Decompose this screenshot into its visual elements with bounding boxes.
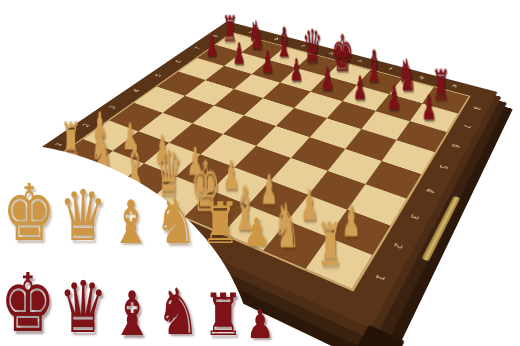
inset-boxwood-pawn: ♟ <box>243 213 270 252</box>
inset-boxwood-pieces: ♚♛♝♞♜♟ <box>2 192 270 252</box>
rank-label-right-3: 3 <box>407 211 420 222</box>
piece-red-pawn: ♟ <box>311 63 343 95</box>
piece-white-rook: ♜ <box>307 217 354 276</box>
brass-hinge-right <box>421 196 460 262</box>
inset-boxwood-queen: ♛ <box>59 182 107 252</box>
rank-label-left-6: 6 <box>174 59 185 64</box>
inset-boxwood-rook: ♜ <box>201 195 240 252</box>
piece-red-pawn: ♟ <box>343 72 376 104</box>
inset-red-king: ♚ <box>0 263 56 344</box>
rank-label-right-1: 1 <box>371 271 386 284</box>
rank-label-left-5: 5 <box>154 73 165 79</box>
piece-red-pawn: ♟ <box>377 81 411 114</box>
piece-red-pawn: ♟ <box>197 32 227 61</box>
inset-red-bishop: ♝ <box>111 283 153 344</box>
piece-red-pawn: ♟ <box>412 91 447 125</box>
piece-red-pawn: ♟ <box>281 55 313 86</box>
box-corner-foot <box>353 325 405 346</box>
inset-red-rook: ♜ <box>203 286 243 345</box>
square-c4 <box>192 105 244 134</box>
rank-label-right-8: 8 <box>471 104 481 111</box>
piece-red-pawn: ♟ <box>224 39 254 69</box>
inset-red-pawn: ♟ <box>246 304 274 344</box>
inset-red-knight: ♞ <box>156 280 200 344</box>
inset-red-pieces: ♚♛♝♞♜♟ <box>0 282 274 344</box>
rank-label-right-5: 5 <box>436 162 448 171</box>
inset-boxwood-bishop: ♝ <box>110 192 151 252</box>
piece-white-knight: ♞ <box>263 195 308 257</box>
inset-boxwood-knight: ♞ <box>154 190 197 252</box>
square-h1: ♜ <box>306 238 372 289</box>
photo-canvas: ♜♞♝♛♚♝♞♜♟♟♟♟♟♟♟♟♟♟♟♟♟♟♟♟♜♞♝♛♚♝♞♜ 1122334… <box>0 0 520 346</box>
rank-label-right-6: 6 <box>449 141 460 149</box>
rank-label-right-4: 4 <box>422 186 435 196</box>
rank-label-right-7: 7 <box>460 122 471 129</box>
inset-boxwood-king: ♚ <box>2 174 56 252</box>
rank-label-right-2: 2 <box>390 239 404 251</box>
rank-label-left-4: 4 <box>131 88 143 94</box>
piece-red-pawn: ♟ <box>252 47 283 77</box>
inset-red-queen: ♛ <box>59 273 108 345</box>
